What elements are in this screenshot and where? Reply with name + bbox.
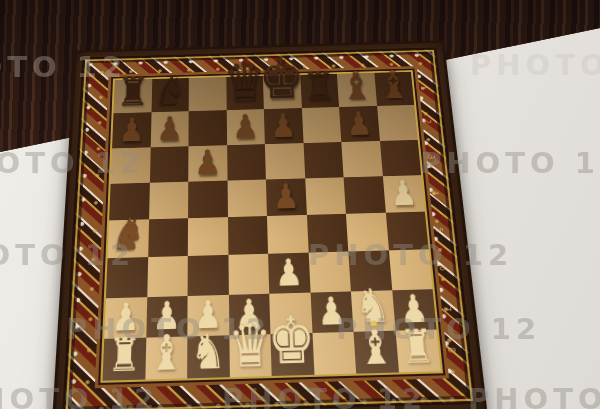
watermark-text: PHOTO 12: [470, 48, 600, 82]
black-pawn-d7: ♟: [232, 110, 258, 143]
rank-label-2: 2: [422, 117, 432, 127]
white-knight-c1: ♞: [190, 327, 225, 377]
black-bishop-h8: ♝: [376, 65, 411, 105]
square-f6: [303, 142, 343, 179]
square-e6: [265, 143, 305, 180]
square-h8: ♝: [374, 72, 414, 106]
white-bishop-g1: ♝: [356, 322, 395, 372]
black-rook-f8: ♜: [302, 66, 336, 107]
square-h3: [388, 249, 432, 289]
square-a8: ♜: [113, 79, 151, 113]
square-a7: ♟: [112, 112, 151, 148]
square-h6: [379, 139, 421, 176]
watermark-text: PHOTO 12: [468, 382, 600, 409]
black-knight-a4: ♞: [111, 212, 146, 257]
square-a4: ♞: [108, 219, 149, 258]
rank-label-5: 5: [433, 224, 443, 235]
white-queen-d1: ♛: [228, 314, 273, 376]
rank-label-6: 6: [437, 263, 447, 275]
square-f5: [305, 177, 346, 215]
square-g4: [346, 213, 389, 252]
square-e7: ♟: [264, 108, 303, 143]
black-pawn-b7: ♟: [156, 112, 182, 145]
square-d7: ♟: [226, 109, 265, 144]
square-h7: [377, 105, 418, 140]
rank-label-1: 1: [418, 83, 428, 93]
square-h4: [385, 212, 428, 251]
square-e8: ♚: [263, 75, 302, 109]
board-grid: ♜♞♛♚♜♝♝♟♟♟♟♟♟♟♟♞♟♟♟♟♟♟♞♟♜♝♞♛♚♝♜: [103, 72, 441, 381]
chess-board: ♜♞♛♚♜♝♝♟♟♟♟♟♟♟♟♞♟♟♟♟♟♟♞♟♜♝♞♛♚♝♜ 12345678: [52, 40, 488, 409]
rank-label-3: 3: [425, 151, 435, 162]
white-pawn-e3: ♟: [275, 254, 304, 292]
black-pawn-e5: ♟: [272, 179, 300, 214]
square-c7: [188, 110, 226, 146]
black-pawn-a7: ♟: [118, 113, 145, 146]
rank-label-8: 8: [445, 343, 456, 355]
square-g5: [344, 176, 386, 214]
square-a6: [111, 147, 151, 184]
white-king-e1: ♚: [267, 308, 317, 375]
square-b5: [149, 181, 189, 219]
square-b8: ♞: [151, 78, 189, 112]
white-pawn-f2: ♟: [317, 292, 347, 331]
black-rook-a8: ♜: [116, 72, 149, 113]
square-h1: ♜: [395, 329, 441, 372]
black-pawn-c6: ♟: [194, 146, 220, 180]
rank-label-4: 4: [429, 187, 439, 198]
square-c5: [188, 180, 227, 218]
white-rook-h1: ♜: [399, 324, 436, 371]
black-king-e8: ♚: [258, 51, 306, 108]
square-e5: ♟: [266, 178, 307, 216]
square-b6: [149, 146, 188, 183]
square-b3: [147, 256, 188, 296]
square-d1: ♛: [229, 334, 272, 377]
square-g7: ♟: [339, 106, 379, 141]
white-rook-a1: ♜: [107, 332, 142, 379]
yellow-sticker: [369, 321, 377, 326]
square-f4: [306, 214, 348, 253]
square-g6: [341, 141, 382, 178]
square-d5: [227, 179, 267, 217]
square-a3: [106, 257, 148, 297]
square-b4: [148, 218, 188, 257]
square-h5: ♟: [382, 175, 424, 213]
square-c1: ♞: [187, 335, 229, 378]
square-b7: ♟: [150, 111, 188, 147]
black-pawn-e7: ♟: [270, 109, 297, 142]
square-g1: ♝: [353, 330, 398, 373]
black-knight-b8: ♞: [154, 72, 186, 112]
white-pawn-h5: ♟: [389, 176, 419, 211]
square-d3: [228, 254, 269, 294]
square-c8: [189, 77, 227, 111]
square-f3: [308, 252, 351, 292]
square-g8: ♝: [337, 73, 377, 107]
square-f1: [312, 332, 356, 375]
square-f2: ♟: [310, 291, 353, 333]
rank-label-7: 7: [441, 302, 452, 314]
square-f8: ♜: [300, 74, 339, 108]
square-c4: [188, 217, 228, 256]
square-e1: ♚: [270, 333, 314, 376]
square-e3: ♟: [268, 253, 310, 293]
square-d6: [227, 144, 266, 181]
square-e4: [267, 215, 308, 254]
white-bishop-b1: ♝: [148, 328, 184, 378]
black-bishop-g8: ♝: [339, 66, 373, 106]
square-b1: ♝: [145, 336, 188, 379]
black-pawn-g7: ♟: [345, 107, 373, 140]
square-c3: [188, 255, 229, 295]
square-c6: ♟: [188, 145, 227, 182]
square-d4: [228, 216, 269, 255]
square-a1: ♜: [103, 337, 146, 380]
square-f7: [301, 107, 341, 142]
